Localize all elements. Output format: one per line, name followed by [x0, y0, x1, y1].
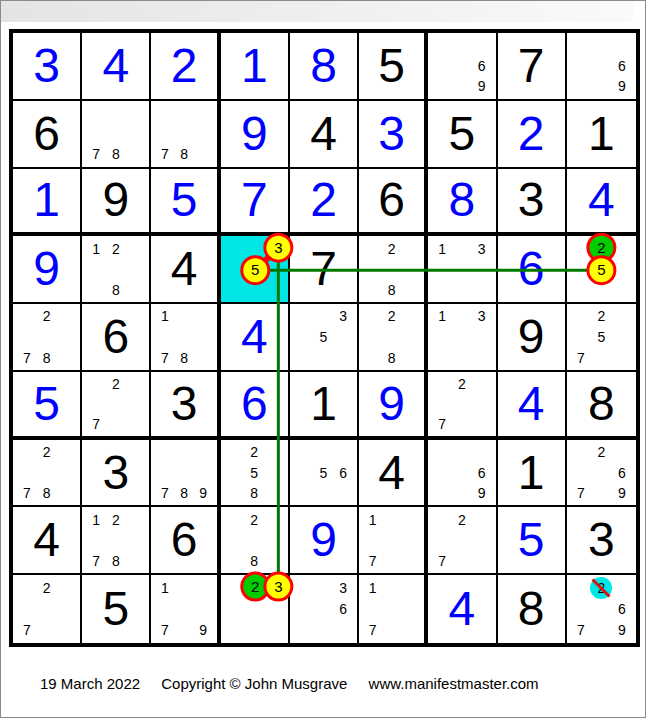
cell-r7c5[interactable]: 56: [290, 440, 359, 508]
cell-r3c4[interactable]: 7: [221, 169, 290, 237]
candidate: 7: [363, 620, 382, 641]
cell-r1c4[interactable]: 1: [221, 33, 290, 101]
candidate: 6: [612, 56, 632, 77]
cell-r5c5[interactable]: 35: [290, 304, 359, 372]
given-digit: 5: [428, 101, 495, 167]
cell-r4c2[interactable]: 128: [82, 236, 151, 304]
candidate: 2: [37, 442, 57, 463]
candidate: 2: [106, 509, 126, 530]
candidate: 8: [106, 280, 126, 301]
given-digit: 4: [290, 101, 357, 167]
candidate: 7: [86, 414, 106, 434]
cell-r7c3[interactable]: 789: [151, 440, 220, 508]
cell-r9c6[interactable]: 17: [359, 575, 428, 643]
candidate: 7: [17, 483, 37, 504]
cell-r8c1[interactable]: 4: [13, 507, 82, 575]
cell-r1c6[interactable]: 5: [359, 33, 428, 101]
footer-date: 19 March 2022: [40, 675, 140, 692]
cell-r5c4[interactable]: 4: [221, 304, 290, 372]
candidate: 1: [432, 306, 452, 327]
candidate: 5: [314, 327, 334, 348]
candidate: 7: [432, 414, 452, 434]
candidate: 3: [333, 577, 353, 598]
candidate: 7: [86, 144, 106, 165]
cell-r4c8[interactable]: 6: [498, 236, 567, 304]
cell-r5c1[interactable]: 278: [13, 304, 82, 372]
entered-digit: 9: [13, 236, 80, 302]
cell-r4c5[interactable]: 7: [290, 236, 359, 304]
candidate: 6: [472, 462, 492, 483]
candidate: 2: [106, 238, 126, 259]
candidate: 3: [472, 238, 492, 259]
cell-r2c8[interactable]: 2: [498, 101, 567, 169]
pencil-marks: 69: [432, 442, 491, 504]
given-digit: 6: [151, 507, 216, 573]
pencil-marks: 78: [86, 103, 145, 165]
candidate: 1: [155, 577, 174, 598]
candidate: 7: [17, 347, 37, 368]
cell-r8c9[interactable]: 3: [567, 507, 636, 575]
cell-r2c5[interactable]: 4: [290, 101, 359, 169]
cell-r9c2[interactable]: 5: [82, 575, 151, 643]
given-digit: 5: [359, 33, 424, 99]
cell-r8c6[interactable]: 17: [359, 507, 428, 575]
given-digit: 3: [498, 169, 565, 233]
pencil-marks: 27: [432, 509, 491, 571]
entered-digit: 4: [82, 33, 149, 99]
candidate: 9: [194, 620, 213, 641]
entered-digit: 8: [428, 169, 495, 233]
page: 3421856976967878943521195726834912847281…: [0, 0, 646, 718]
candidate: 8: [244, 551, 264, 572]
cell-r3c7[interactable]: 8: [428, 169, 497, 237]
entered-digit: 2: [151, 33, 216, 99]
cell-r5c8[interactable]: 9: [498, 304, 567, 372]
candidate: 1: [155, 306, 174, 327]
pencil-marks: 69: [571, 35, 632, 97]
candidate: 8: [382, 347, 401, 368]
candidate: 8: [106, 144, 126, 165]
cell-r3c5[interactable]: 2: [290, 169, 359, 237]
pencil-marks: 1278: [86, 509, 145, 571]
candidate: 2: [106, 374, 126, 394]
candidate: 2: [591, 442, 611, 463]
cell-r5c6[interactable]: 28: [359, 304, 428, 372]
cell-r7c9[interactable]: 2679: [567, 440, 636, 508]
entered-digit: 4: [221, 304, 288, 370]
given-digit: 5: [82, 575, 149, 643]
given-digit: 8: [498, 575, 565, 643]
pencil-marks: 27: [17, 577, 76, 641]
pencil-marks: 69: [432, 35, 491, 97]
candidate: 2: [452, 509, 472, 530]
candidate: 9: [612, 76, 632, 97]
given-digit: 4: [359, 440, 424, 506]
candidate: 9: [472, 76, 492, 97]
cell-r7c7[interactable]: 69: [428, 440, 497, 508]
pencil-marks: 178: [155, 306, 212, 368]
entered-digit: 2: [498, 101, 565, 167]
entered-digit: 3: [13, 33, 80, 99]
candidate: 2: [37, 577, 57, 598]
given-digit: 9: [82, 169, 149, 233]
candidate: 5: [244, 462, 264, 483]
cell-r2c4[interactable]: 9: [221, 101, 290, 169]
cell-r3c1[interactable]: 1: [13, 169, 82, 237]
entered-digit: 6: [498, 236, 565, 302]
entered-digit: 5: [13, 372, 80, 436]
pencil-marks: 35: [294, 306, 353, 368]
cell-r5c7[interactable]: 13: [428, 304, 497, 372]
cell-r9c3[interactable]: 179: [151, 575, 220, 643]
cell-r4c6[interactable]: 28: [359, 236, 428, 304]
candidate: 6: [333, 462, 353, 483]
pencil-marks: 27: [86, 374, 145, 434]
cell-r8c5[interactable]: 9: [290, 507, 359, 575]
entered-digit: 9: [359, 372, 424, 436]
cell-r5c3[interactable]: 178: [151, 304, 220, 372]
candidate: 6: [612, 462, 632, 483]
given-digit: 4: [13, 507, 80, 573]
cell-r2c3[interactable]: 78: [151, 101, 220, 169]
given-digit: 7: [290, 236, 357, 302]
cell-r1c2[interactable]: 4: [82, 33, 151, 101]
cell-r5c9[interactable]: 257: [567, 304, 636, 372]
cell-r7c6[interactable]: 4: [359, 440, 428, 508]
pencil-marks: 13: [432, 306, 491, 368]
given-digit: 8: [567, 372, 636, 436]
candidate: 7: [155, 620, 174, 641]
cell-r3c2[interactable]: 9: [82, 169, 151, 237]
cell-r7c1[interactable]: 278: [13, 440, 82, 508]
candidate: 6: [612, 598, 632, 619]
cell-r8c8[interactable]: 5: [498, 507, 567, 575]
given-digit: 1: [498, 440, 565, 506]
candidate: 5: [591, 327, 611, 348]
given-digit: 9: [498, 304, 565, 370]
given-digit: 4: [151, 236, 216, 302]
given-digit: 6: [82, 304, 149, 370]
candidate: 2: [591, 306, 611, 327]
given-digit: 3: [151, 372, 216, 436]
cell-r3c6[interactable]: 6: [359, 169, 428, 237]
candidate: 2: [452, 374, 472, 394]
candidate: 8: [175, 483, 194, 504]
entered-digit: 5: [498, 507, 565, 573]
cell-r1c9[interactable]: 69: [567, 33, 636, 101]
entered-digit: 9: [290, 507, 357, 573]
candidate: 1: [86, 238, 106, 259]
given-digit: 6: [13, 101, 80, 167]
pencil-marks: 27: [432, 374, 491, 434]
candidate: 2: [244, 442, 264, 463]
cell-r3c3[interactable]: 5: [151, 169, 220, 237]
footer-url: www.manifestmaster.com: [369, 675, 539, 692]
cell-r2c9[interactable]: 1: [567, 101, 636, 169]
top-bar: [1, 1, 633, 22]
footer: 19 March 2022 Copyright © John Musgrave …: [40, 675, 556, 692]
candidate: 9: [612, 483, 632, 504]
candidate: 8: [175, 144, 194, 165]
cell-r8c7[interactable]: 27: [428, 507, 497, 575]
cell-r9c1[interactable]: 27: [13, 575, 82, 643]
cell-r6c7[interactable]: 27: [428, 372, 497, 440]
cell-r6c4[interactable]: 6: [221, 372, 290, 440]
candidate: 7: [155, 347, 174, 368]
cell-r6c2[interactable]: 27: [82, 372, 151, 440]
cell-r9c4[interactable]: [221, 575, 290, 643]
pencil-marks: 17: [363, 577, 420, 641]
cell-r5c2[interactable]: 6: [82, 304, 151, 372]
pencil-marks: 278: [17, 442, 76, 504]
cell-r7c4[interactable]: 258: [221, 440, 290, 508]
footer-copyright: Copyright © John Musgrave: [161, 675, 347, 692]
cell-r8c4[interactable]: 28: [221, 507, 290, 575]
candidate: 3: [472, 306, 492, 327]
cell-r7c2[interactable]: 3: [82, 440, 151, 508]
entered-digit: 4: [567, 169, 636, 233]
given-digit: 1: [290, 372, 357, 436]
pencil-marks: 28: [363, 306, 420, 368]
candidate: 9: [472, 483, 492, 504]
pencil-marks: 28: [225, 509, 284, 571]
candidate: 3: [333, 306, 353, 327]
cell-r6c6[interactable]: 9: [359, 372, 428, 440]
candidate: 7: [432, 551, 452, 572]
pencil-marks: 17: [363, 509, 420, 571]
pencil-marks: 258: [225, 442, 284, 504]
entered-digit: 5: [151, 169, 216, 233]
entered-digit: 7: [221, 169, 288, 233]
candidate: 7: [571, 620, 591, 641]
candidate: 7: [363, 551, 382, 572]
candidate: 1: [363, 509, 382, 530]
pencil-marks: 78: [155, 103, 212, 165]
candidate: 1: [86, 509, 106, 530]
candidate-eliminated: 2: [591, 577, 611, 598]
cell-r6c1[interactable]: 5: [13, 372, 82, 440]
cell-r3c8[interactable]: 3: [498, 169, 567, 237]
cell-r4c9[interactable]: [567, 236, 636, 304]
candidate: 2: [382, 306, 401, 327]
cell-r4c1[interactable]: 9: [13, 236, 82, 304]
candidate: 8: [37, 347, 57, 368]
given-digit: 7: [498, 33, 565, 99]
cell-r6c5[interactable]: 1: [290, 372, 359, 440]
cell-r1c3[interactable]: 2: [151, 33, 220, 101]
given-digit: 1: [567, 101, 636, 167]
cell-r1c1[interactable]: 3: [13, 33, 82, 101]
cell-r2c2[interactable]: 78: [82, 101, 151, 169]
candidate: 8: [106, 551, 126, 572]
candidate: 6: [333, 598, 353, 619]
candidate: 6: [472, 56, 492, 77]
cell-r4c3[interactable]: 4: [151, 236, 220, 304]
entered-digit: 9: [221, 101, 288, 167]
cell-r1c8[interactable]: 7: [498, 33, 567, 101]
pencil-marks: 128: [86, 238, 145, 300]
candidate: 8: [382, 280, 401, 301]
cell-r1c7[interactable]: 69: [428, 33, 497, 101]
candidate: 8: [244, 483, 264, 504]
pencil-marks: 28: [363, 238, 420, 300]
candidate: 8: [175, 347, 194, 368]
given-digit: 3: [567, 507, 636, 573]
candidate: 1: [432, 238, 452, 259]
cell-r1c5[interactable]: 8: [290, 33, 359, 101]
pencil-marks: 2679: [571, 442, 632, 504]
candidate: 2: [37, 306, 57, 327]
cell-r8c3[interactable]: 6: [151, 507, 220, 575]
candidate: 7: [86, 551, 106, 572]
given-digit: 3: [82, 440, 149, 506]
cell-r9c9[interactable]: 2679: [567, 575, 636, 643]
candidate: 7: [17, 620, 37, 641]
candidate: 1: [363, 577, 382, 598]
pencil-marks: 13: [432, 238, 491, 300]
candidate: 7: [155, 483, 174, 504]
cell-r6c9[interactable]: 8: [567, 372, 636, 440]
cell-r2c1[interactable]: 6: [13, 101, 82, 169]
entered-digit: 4: [498, 372, 565, 436]
entered-digit: 3: [359, 101, 424, 167]
candidate: 8: [37, 483, 57, 504]
entered-digit: 1: [13, 169, 80, 233]
entered-digit: 8: [290, 33, 357, 99]
pencil-marks: 789: [155, 442, 212, 504]
cell-r2c6[interactable]: 3: [359, 101, 428, 169]
cell-r2c7[interactable]: 5: [428, 101, 497, 169]
entered-digit: 4: [428, 575, 495, 643]
candidate: 5: [314, 462, 334, 483]
candidate: 9: [194, 483, 213, 504]
candidate: 7: [155, 144, 174, 165]
pencil-marks: 257: [571, 306, 632, 368]
cell-r9c8[interactable]: 8: [498, 575, 567, 643]
entered-digit: 2: [290, 169, 357, 233]
candidate: 2: [382, 238, 401, 259]
pencil-marks: 56: [294, 442, 353, 504]
cell-r9c7[interactable]: 4: [428, 575, 497, 643]
pencil-marks: 278: [17, 306, 76, 368]
pencil-marks: 36: [294, 577, 353, 641]
cell-r4c7[interactable]: 13: [428, 236, 497, 304]
cell-r6c3[interactable]: 3: [151, 372, 220, 440]
cell-r3c9[interactable]: 4: [567, 169, 636, 237]
candidate: 7: [571, 483, 591, 504]
entered-digit: 6: [221, 372, 288, 436]
cell-r4c4[interactable]: [221, 236, 290, 304]
pencil-marks: 2679: [571, 577, 632, 641]
cell-r9c5[interactable]: 36: [290, 575, 359, 643]
candidate: 7: [571, 347, 591, 368]
cell-r7c8[interactable]: 1: [498, 440, 567, 508]
cell-r6c8[interactable]: 4: [498, 372, 567, 440]
pencil-marks: 179: [155, 577, 212, 641]
sudoku-board: 3421856976967878943521195726834912847281…: [9, 29, 640, 647]
candidate: 9: [612, 620, 632, 641]
entered-digit: 1: [221, 33, 288, 99]
cell-r8c2[interactable]: 1278: [82, 507, 151, 575]
given-digit: 6: [359, 169, 424, 233]
candidate: 2: [244, 509, 264, 530]
